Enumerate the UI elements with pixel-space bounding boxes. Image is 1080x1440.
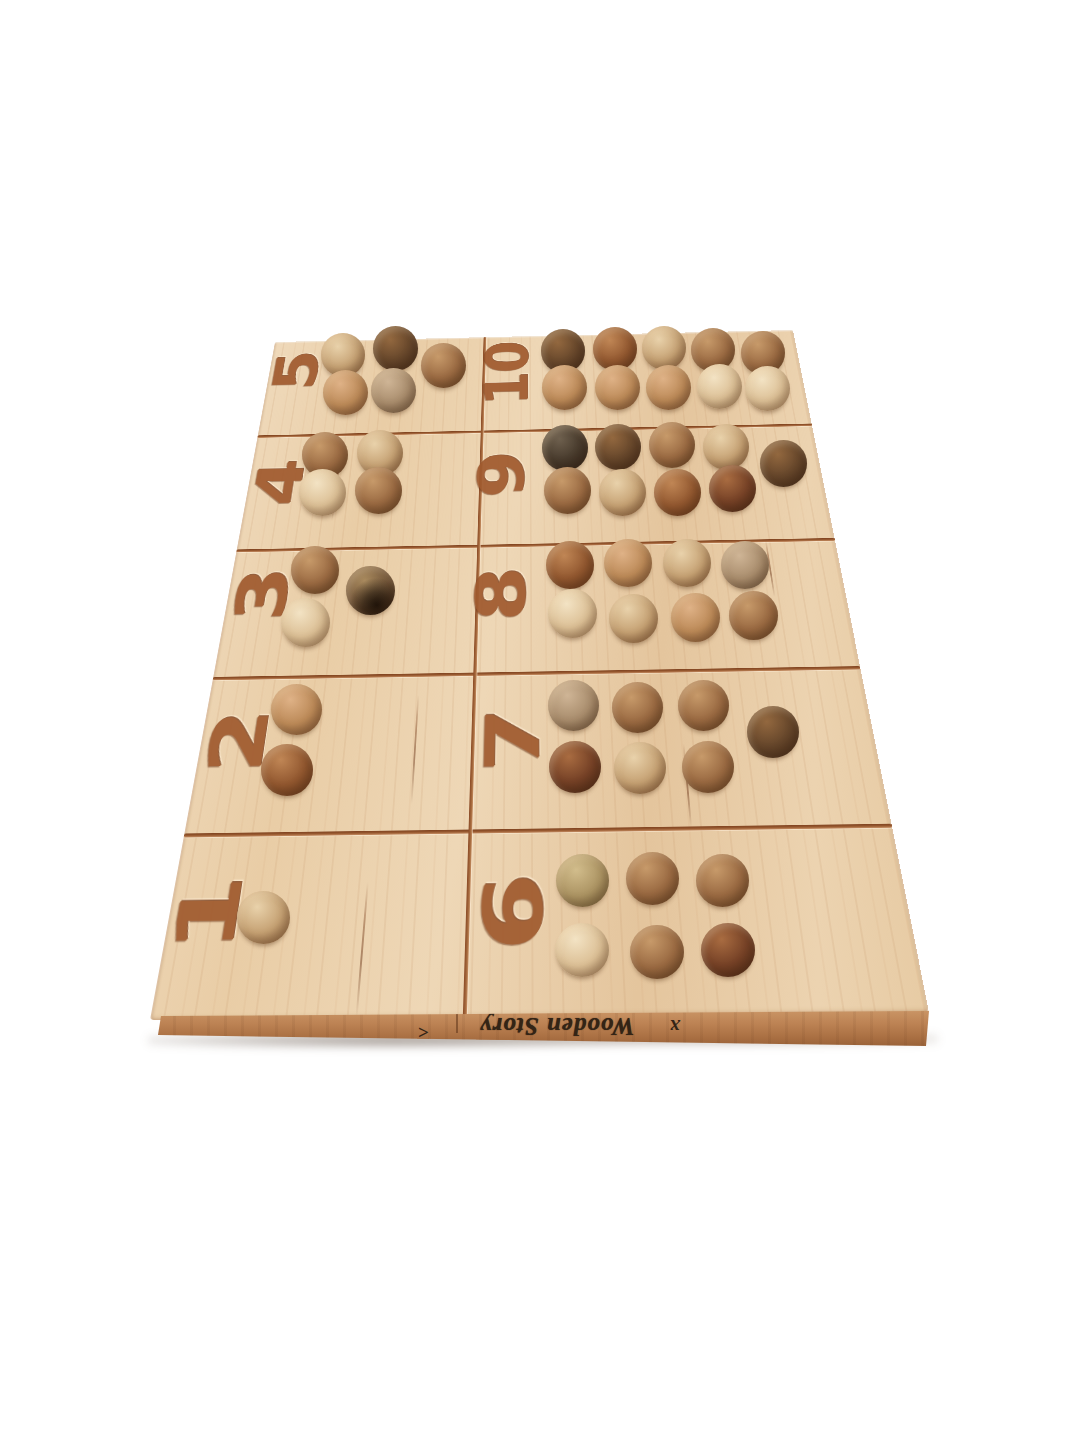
section-number-8: 8 bbox=[466, 568, 535, 622]
wood-ball-section-5-4[interactable] bbox=[323, 370, 368, 415]
wood-ball-section-9-7[interactable] bbox=[599, 469, 646, 516]
wood-ball-section-7-6[interactable] bbox=[614, 742, 666, 794]
wood-ball-section-3-3[interactable] bbox=[281, 598, 330, 647]
wood-ball-section-8-3[interactable] bbox=[663, 539, 711, 587]
wood-ball-section-8-7[interactable] bbox=[671, 593, 720, 642]
wood-ball-section-7-2[interactable] bbox=[612, 682, 663, 733]
wood-ball-section-8-4[interactable] bbox=[721, 541, 769, 589]
wood-ball-section-6-5[interactable] bbox=[630, 925, 684, 979]
edge-mark-right: x bbox=[670, 1017, 680, 1037]
section-number-7: 7 bbox=[475, 709, 550, 773]
wood-ball-section-8-1[interactable] bbox=[546, 541, 594, 589]
wood-ball-section-6-1[interactable] bbox=[556, 854, 609, 907]
wood-ball-section-6-3[interactable] bbox=[696, 854, 749, 907]
grid-line-row-3 bbox=[213, 666, 861, 680]
section-number-5: 5 bbox=[264, 351, 328, 391]
wood-ball-section-6-6[interactable] bbox=[701, 923, 755, 977]
wood-ball-section-9-4[interactable] bbox=[703, 424, 749, 470]
wood-ball-section-9-8[interactable] bbox=[654, 469, 701, 516]
wood-ball-section-7-3[interactable] bbox=[678, 680, 729, 731]
wood-ball-section-8-2[interactable] bbox=[604, 539, 652, 587]
wood-ball-section-5-3[interactable] bbox=[421, 343, 466, 388]
section-number-9: 9 bbox=[469, 452, 533, 499]
wood-ball-section-10-6[interactable] bbox=[542, 365, 587, 410]
product-photo-scene: 51049382716 < Wooden Story x bbox=[0, 0, 1080, 1440]
wood-grain-crack bbox=[355, 882, 368, 1018]
wood-ball-section-3-2[interactable] bbox=[346, 566, 395, 615]
wood-ball-section-9-2[interactable] bbox=[595, 424, 641, 470]
wood-ball-section-9-5[interactable] bbox=[760, 440, 807, 487]
section-number-10: 10 bbox=[477, 341, 537, 405]
wood-ball-section-10-3[interactable] bbox=[642, 326, 686, 370]
wood-ball-section-8-8[interactable] bbox=[729, 591, 778, 640]
wood-ball-section-2-1[interactable] bbox=[271, 684, 322, 735]
wood-ball-section-5-2[interactable] bbox=[373, 326, 418, 371]
wood-ball-section-1-1[interactable] bbox=[237, 891, 290, 944]
wood-ball-section-9-1[interactable] bbox=[542, 425, 588, 471]
wood-grain-crack bbox=[411, 695, 420, 805]
wood-ball-section-5-5[interactable] bbox=[371, 368, 416, 413]
wood-ball-section-10-9[interactable] bbox=[697, 364, 742, 409]
wood-ball-section-4-4[interactable] bbox=[355, 467, 402, 514]
wood-ball-section-8-5[interactable] bbox=[548, 589, 597, 638]
wood-ball-section-10-10[interactable] bbox=[745, 366, 790, 411]
wood-ball-section-6-2[interactable] bbox=[626, 852, 679, 905]
wood-ball-section-2-2[interactable] bbox=[261, 744, 313, 796]
wood-ball-section-9-6[interactable] bbox=[544, 467, 591, 514]
grid-line-row-4 bbox=[184, 824, 893, 838]
wood-ball-section-7-1[interactable] bbox=[548, 680, 599, 731]
wood-ball-section-10-8[interactable] bbox=[646, 365, 691, 410]
brand-text: Wooden Story bbox=[444, 1013, 670, 1039]
section-number-6: 6 bbox=[472, 875, 555, 952]
wood-ball-section-9-3[interactable] bbox=[649, 422, 695, 468]
wood-ball-section-10-7[interactable] bbox=[595, 365, 640, 410]
wood-ball-section-3-1[interactable] bbox=[291, 546, 339, 594]
wood-ball-section-7-5[interactable] bbox=[549, 741, 601, 793]
wood-ball-section-9-9[interactable] bbox=[709, 465, 756, 512]
wood-ball-section-7-4[interactable] bbox=[747, 706, 799, 758]
wood-ball-section-8-6[interactable] bbox=[609, 594, 658, 643]
wood-ball-section-7-7[interactable] bbox=[682, 741, 734, 793]
wood-ball-section-4-3[interactable] bbox=[299, 469, 346, 516]
wood-ball-section-6-4[interactable] bbox=[555, 923, 609, 977]
